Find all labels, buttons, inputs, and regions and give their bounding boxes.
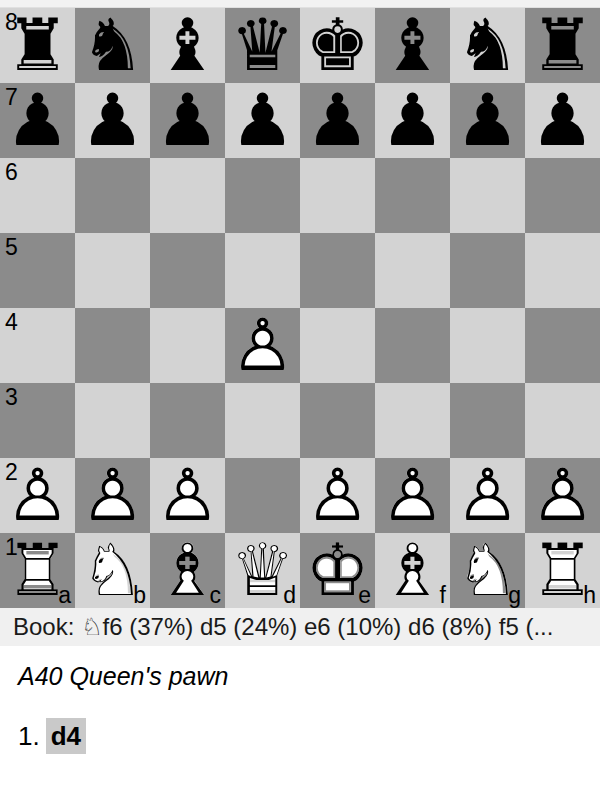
- square-e5[interactable]: [300, 233, 375, 308]
- square-h8[interactable]: ♜: [525, 8, 600, 83]
- white-pawn: ♟♙: [305, 458, 370, 533]
- square-c4[interactable]: [150, 308, 225, 383]
- square-f3[interactable]: [375, 383, 450, 458]
- file-label-d: d: [283, 584, 296, 607]
- square-f7[interactable]: ♟: [375, 83, 450, 158]
- square-b6[interactable]: [75, 158, 150, 233]
- square-d1[interactable]: d♛♕: [225, 533, 300, 608]
- square-a8[interactable]: 8♜: [0, 8, 75, 83]
- rank-label-5: 5: [5, 236, 18, 259]
- square-e4[interactable]: [300, 308, 375, 383]
- square-a3[interactable]: 3: [0, 383, 75, 458]
- square-d8[interactable]: ♛: [225, 8, 300, 83]
- white-pawn: ♟♙: [380, 458, 445, 533]
- square-h7[interactable]: ♟: [525, 83, 600, 158]
- square-f6[interactable]: [375, 158, 450, 233]
- square-f2[interactable]: ♟♙: [375, 458, 450, 533]
- black-bishop: ♝: [155, 8, 220, 83]
- square-c7[interactable]: ♟: [150, 83, 225, 158]
- square-d4[interactable]: ♟♙: [225, 308, 300, 383]
- square-a1[interactable]: 1a♜♖: [0, 533, 75, 608]
- square-a7[interactable]: 7♟: [0, 83, 75, 158]
- chess-board: 8♜♞♝♛♚♝♞♜7♟♟♟♟♟♟♟♟654♟♙32♟♙♟♙♟♙♟♙♟♙♟♙♟♙1…: [0, 8, 600, 608]
- square-c6[interactable]: [150, 158, 225, 233]
- square-b7[interactable]: ♟: [75, 83, 150, 158]
- square-d6[interactable]: [225, 158, 300, 233]
- square-c3[interactable]: [150, 383, 225, 458]
- opening-book-line[interactable]: Book: ♘f6 (37%) d5 (24%) e6 (10%) d6 (8%…: [0, 608, 600, 646]
- square-g8[interactable]: ♞: [450, 8, 525, 83]
- square-h6[interactable]: [525, 158, 600, 233]
- opening-name-text: A40 Queen's pawn: [18, 662, 228, 690]
- black-pawn: ♟: [530, 83, 595, 158]
- square-g2[interactable]: ♟♙: [450, 458, 525, 533]
- white-bishop: ♝♗: [380, 533, 445, 608]
- square-e3[interactable]: [300, 383, 375, 458]
- rank-label-4: 4: [5, 311, 18, 334]
- white-pawn: ♟♙: [455, 458, 520, 533]
- square-f1[interactable]: f♝♗: [375, 533, 450, 608]
- move-number: 1.: [18, 721, 40, 751]
- square-b3[interactable]: [75, 383, 150, 458]
- square-d3[interactable]: [225, 383, 300, 458]
- file-label-b: b: [133, 584, 146, 607]
- square-e2[interactable]: ♟♙: [300, 458, 375, 533]
- square-h4[interactable]: [525, 308, 600, 383]
- square-h2[interactable]: ♟♙: [525, 458, 600, 533]
- black-pawn: ♟: [455, 83, 520, 158]
- square-d5[interactable]: [225, 233, 300, 308]
- square-d7[interactable]: ♟: [225, 83, 300, 158]
- black-knight: ♞: [455, 8, 520, 83]
- black-pawn: ♟: [380, 83, 445, 158]
- black-queen: ♛: [230, 8, 295, 83]
- square-a6[interactable]: 6: [0, 158, 75, 233]
- rank-label-6: 6: [5, 161, 18, 184]
- square-g7[interactable]: ♟: [450, 83, 525, 158]
- black-knight: ♞: [80, 8, 145, 83]
- square-g6[interactable]: [450, 158, 525, 233]
- square-c2[interactable]: ♟♙: [150, 458, 225, 533]
- square-f4[interactable]: [375, 308, 450, 383]
- black-king: ♚: [305, 8, 370, 83]
- file-label-e: e: [358, 584, 371, 607]
- square-h3[interactable]: [525, 383, 600, 458]
- square-e1[interactable]: e♚♔: [300, 533, 375, 608]
- file-label-a: a: [58, 584, 71, 607]
- square-a5[interactable]: 5: [0, 233, 75, 308]
- square-e7[interactable]: ♟: [300, 83, 375, 158]
- black-pawn: ♟: [305, 83, 370, 158]
- white-pawn: ♟♙: [530, 458, 595, 533]
- file-label-c: c: [210, 584, 222, 607]
- square-g3[interactable]: [450, 383, 525, 458]
- black-pawn: ♟: [155, 83, 220, 158]
- square-f8[interactable]: ♝: [375, 8, 450, 83]
- black-bishop: ♝: [380, 8, 445, 83]
- square-h5[interactable]: [525, 233, 600, 308]
- square-h1[interactable]: h♜♖: [525, 533, 600, 608]
- white-pawn: ♟♙: [155, 458, 220, 533]
- rank-label-7: 7: [5, 86, 18, 109]
- file-label-g: g: [508, 584, 521, 607]
- square-g1[interactable]: g♞♘: [450, 533, 525, 608]
- square-a2[interactable]: 2♟♙: [0, 458, 75, 533]
- square-g4[interactable]: [450, 308, 525, 383]
- file-label-h: h: [583, 584, 596, 607]
- square-b2[interactable]: ♟♙: [75, 458, 150, 533]
- square-d2[interactable]: [225, 458, 300, 533]
- square-c1[interactable]: c♝♗: [150, 533, 225, 608]
- file-label-f: f: [440, 584, 446, 607]
- move-list: 1.d4: [18, 721, 600, 752]
- black-pawn: ♟: [80, 83, 145, 158]
- rank-label-2: 2: [5, 461, 18, 484]
- square-g5[interactable]: [450, 233, 525, 308]
- white-pawn: ♟♙: [230, 308, 295, 383]
- rank-label-8: 8: [5, 11, 18, 34]
- black-rook: ♜: [530, 8, 595, 83]
- white-pawn: ♟♙: [80, 458, 145, 533]
- square-b1[interactable]: b♞♘: [75, 533, 150, 608]
- opening-name: A40 Queen's pawn: [18, 662, 600, 691]
- square-c8[interactable]: ♝: [150, 8, 225, 83]
- square-a4[interactable]: 4: [0, 308, 75, 383]
- square-f5[interactable]: [375, 233, 450, 308]
- black-pawn: ♟: [230, 83, 295, 158]
- square-c5[interactable]: [150, 233, 225, 308]
- rank-label-1: 1: [5, 536, 18, 559]
- square-b8[interactable]: ♞: [75, 8, 150, 83]
- square-b5[interactable]: [75, 233, 150, 308]
- square-e6[interactable]: [300, 158, 375, 233]
- current-move[interactable]: d4: [46, 718, 86, 754]
- square-e8[interactable]: ♚: [300, 8, 375, 83]
- rank-label-3: 3: [5, 386, 18, 409]
- square-b4[interactable]: [75, 308, 150, 383]
- book-text: Book: ♘f6 (37%) d5 (24%) e6 (10%) d6 (8%…: [13, 613, 553, 641]
